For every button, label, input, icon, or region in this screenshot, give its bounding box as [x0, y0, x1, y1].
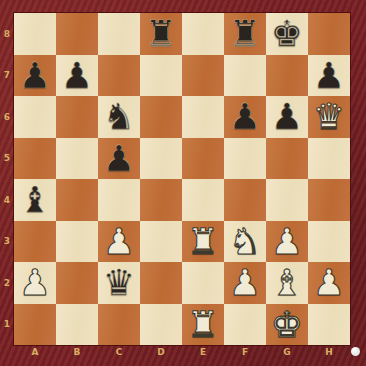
- square-d1[interactable]: [140, 304, 182, 346]
- piece-black-bishop[interactable]: ♝: [14, 179, 56, 221]
- piece-black-pawn[interactable]: ♟: [266, 96, 308, 138]
- rank-label: 2: [0, 262, 14, 304]
- square-a1[interactable]: [14, 304, 56, 346]
- piece-white-king[interactable]: ♚: [266, 304, 308, 346]
- white-to-move-indicator: [351, 347, 360, 356]
- rank-label: 8: [0, 13, 14, 55]
- square-f3[interactable]: ♞: [224, 221, 266, 263]
- square-d6[interactable]: [140, 96, 182, 138]
- rank-label: 1: [0, 304, 14, 346]
- square-e7[interactable]: [182, 55, 224, 97]
- piece-white-knight[interactable]: ♞: [224, 221, 266, 263]
- square-h5[interactable]: [308, 138, 350, 180]
- square-c6[interactable]: ♞: [98, 96, 140, 138]
- file-label: E: [182, 345, 224, 366]
- square-c3[interactable]: ♟: [98, 221, 140, 263]
- piece-black-queen[interactable]: ♛: [98, 262, 140, 304]
- square-c1[interactable]: [98, 304, 140, 346]
- square-g3[interactable]: ♟: [266, 221, 308, 263]
- square-b8[interactable]: [56, 13, 98, 55]
- square-a8[interactable]: [14, 13, 56, 55]
- piece-white-queen[interactable]: ♛: [308, 96, 350, 138]
- square-b2[interactable]: [56, 262, 98, 304]
- piece-white-pawn[interactable]: ♟: [266, 221, 308, 263]
- piece-black-knight[interactable]: ♞: [98, 96, 140, 138]
- file-label: C: [98, 345, 140, 366]
- square-a7[interactable]: ♟: [14, 55, 56, 97]
- square-d7[interactable]: [140, 55, 182, 97]
- piece-white-rook[interactable]: ♜: [182, 221, 224, 263]
- rank-label: 3: [0, 221, 14, 263]
- square-f8[interactable]: ♜: [224, 13, 266, 55]
- square-e4[interactable]: [182, 179, 224, 221]
- piece-white-pawn[interactable]: ♟: [98, 221, 140, 263]
- square-c8[interactable]: [98, 13, 140, 55]
- square-f5[interactable]: [224, 138, 266, 180]
- rank-label: 4: [0, 179, 14, 221]
- square-f4[interactable]: [224, 179, 266, 221]
- square-d4[interactable]: [140, 179, 182, 221]
- square-d5[interactable]: [140, 138, 182, 180]
- piece-black-rook[interactable]: ♜: [224, 13, 266, 55]
- square-a3[interactable]: [14, 221, 56, 263]
- file-label: D: [140, 345, 182, 366]
- piece-black-pawn[interactable]: ♟: [56, 55, 98, 97]
- square-c2[interactable]: ♛: [98, 262, 140, 304]
- square-c5[interactable]: ♟: [98, 138, 140, 180]
- square-f2[interactable]: ♟: [224, 262, 266, 304]
- square-g2[interactable]: ♝: [266, 262, 308, 304]
- square-e3[interactable]: ♜: [182, 221, 224, 263]
- square-b1[interactable]: [56, 304, 98, 346]
- file-labels: ABCDEFGH: [14, 345, 350, 366]
- square-f6[interactable]: ♟: [224, 96, 266, 138]
- square-e6[interactable]: [182, 96, 224, 138]
- square-h2[interactable]: ♟: [308, 262, 350, 304]
- square-a5[interactable]: [14, 138, 56, 180]
- square-f7[interactable]: [224, 55, 266, 97]
- square-h8[interactable]: [308, 13, 350, 55]
- piece-black-rook[interactable]: ♜: [140, 13, 182, 55]
- piece-black-pawn[interactable]: ♟: [308, 55, 350, 97]
- chess-board: ♜♜♚♟♟♟♞♟♟♛♟♝♟♜♞♟♟♛♟♝♟♜♚: [14, 13, 350, 345]
- square-g1[interactable]: ♚: [266, 304, 308, 346]
- square-g7[interactable]: [266, 55, 308, 97]
- piece-black-pawn[interactable]: ♟: [14, 55, 56, 97]
- square-h3[interactable]: [308, 221, 350, 263]
- square-f1[interactable]: [224, 304, 266, 346]
- square-e5[interactable]: [182, 138, 224, 180]
- square-b4[interactable]: [56, 179, 98, 221]
- square-h4[interactable]: [308, 179, 350, 221]
- square-b5[interactable]: [56, 138, 98, 180]
- piece-white-pawn[interactable]: ♟: [308, 262, 350, 304]
- chess-board-frame: ♜♜♚♟♟♟♞♟♟♛♟♝♟♜♞♟♟♛♟♝♟♜♚ 87654321 ABCDEFG…: [0, 0, 366, 366]
- square-e1[interactable]: ♜: [182, 304, 224, 346]
- piece-white-rook[interactable]: ♜: [182, 304, 224, 346]
- square-e2[interactable]: [182, 262, 224, 304]
- file-label: B: [56, 345, 98, 366]
- square-c7[interactable]: [98, 55, 140, 97]
- piece-black-pawn[interactable]: ♟: [98, 138, 140, 180]
- square-h6[interactable]: ♛: [308, 96, 350, 138]
- square-d3[interactable]: [140, 221, 182, 263]
- rank-label: 7: [0, 55, 14, 97]
- square-g4[interactable]: [266, 179, 308, 221]
- square-h1[interactable]: [308, 304, 350, 346]
- square-h7[interactable]: ♟: [308, 55, 350, 97]
- square-c4[interactable]: [98, 179, 140, 221]
- file-label: G: [266, 345, 308, 366]
- square-e8[interactable]: [182, 13, 224, 55]
- square-g5[interactable]: [266, 138, 308, 180]
- piece-black-pawn[interactable]: ♟: [224, 96, 266, 138]
- square-b6[interactable]: [56, 96, 98, 138]
- square-a4[interactable]: ♝: [14, 179, 56, 221]
- square-a6[interactable]: [14, 96, 56, 138]
- piece-white-pawn[interactable]: ♟: [224, 262, 266, 304]
- piece-white-pawn[interactable]: ♟: [14, 262, 56, 304]
- square-a2[interactable]: ♟: [14, 262, 56, 304]
- piece-white-bishop[interactable]: ♝: [266, 262, 308, 304]
- square-d8[interactable]: ♜: [140, 13, 182, 55]
- square-g8[interactable]: ♚: [266, 13, 308, 55]
- rank-labels: 87654321: [0, 13, 14, 345]
- file-label: F: [224, 345, 266, 366]
- rank-label: 5: [0, 138, 14, 180]
- square-b7[interactable]: ♟: [56, 55, 98, 97]
- square-d2[interactable]: [140, 262, 182, 304]
- file-label: H: [308, 345, 350, 366]
- square-b3[interactable]: [56, 221, 98, 263]
- piece-black-king[interactable]: ♚: [266, 13, 308, 55]
- rank-label: 6: [0, 96, 14, 138]
- square-g6[interactable]: ♟: [266, 96, 308, 138]
- file-label: A: [14, 345, 56, 366]
